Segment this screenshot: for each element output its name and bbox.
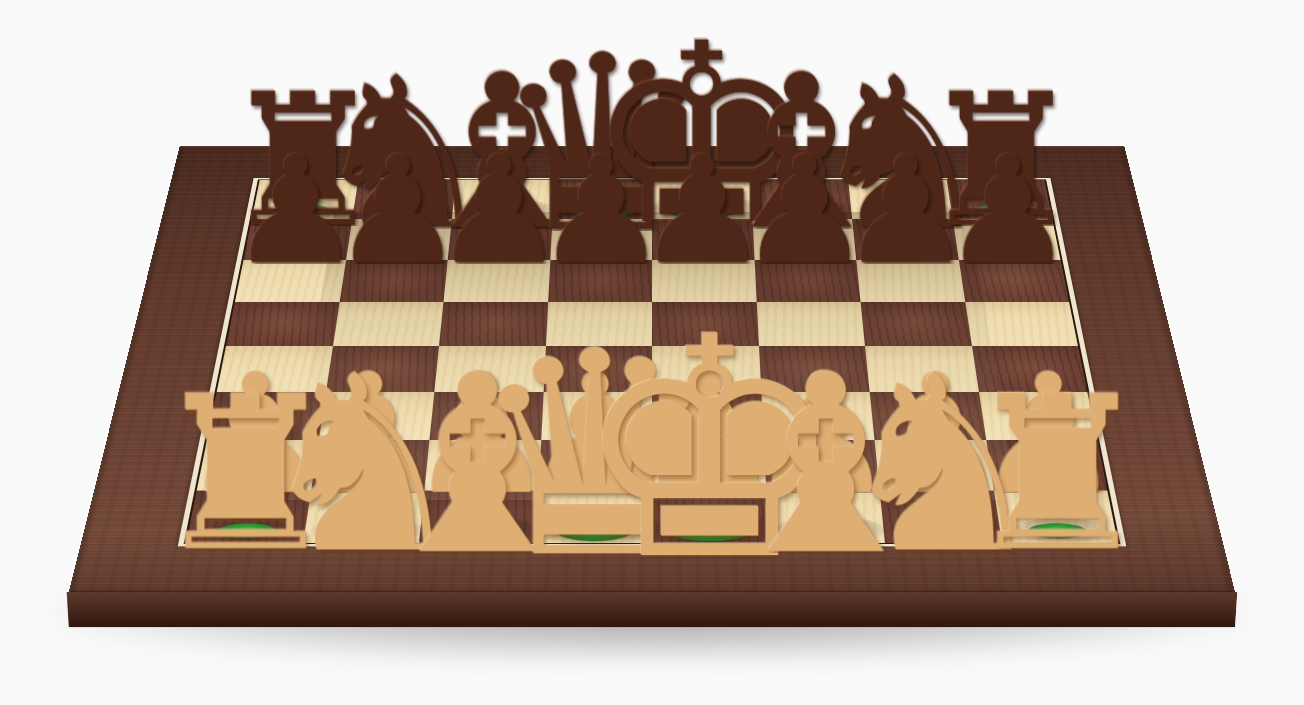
square-g8[interactable] bbox=[848, 180, 952, 219]
square-e8[interactable] bbox=[652, 180, 752, 219]
square-f8[interactable] bbox=[750, 180, 852, 219]
square-a8[interactable] bbox=[252, 180, 358, 219]
square-b7[interactable] bbox=[346, 219, 452, 260]
square-a6[interactable] bbox=[235, 260, 346, 302]
square-d7[interactable] bbox=[550, 219, 652, 260]
square-c7[interactable] bbox=[448, 219, 552, 260]
board-scene: ♜♞♝♛♚♝♞♜♟♟♟♟♟♟♟♟♟♟♟♟♟♟♟♟♜♞♝♛♚♝♞♜ bbox=[0, 0, 1304, 705]
square-b6[interactable] bbox=[339, 260, 448, 302]
square-b8[interactable] bbox=[352, 180, 456, 219]
square-h7[interactable] bbox=[952, 219, 1060, 260]
square-h6[interactable] bbox=[958, 260, 1069, 302]
square-e7[interactable] bbox=[652, 219, 754, 260]
piece-white-rook-h1[interactable]: ♜ bbox=[962, 367, 1153, 580]
chess-board: ♜♞♝♛♚♝♞♜♟♟♟♟♟♟♟♟♟♟♟♟♟♟♟♟♜♞♝♛♚♝♞♜ bbox=[69, 146, 1235, 592]
square-a7[interactable] bbox=[244, 219, 352, 260]
square-h8[interactable] bbox=[946, 180, 1052, 219]
square-f7[interactable] bbox=[752, 219, 856, 260]
square-g7[interactable] bbox=[852, 219, 958, 260]
square-c8[interactable] bbox=[452, 180, 554, 219]
board-front-edge bbox=[67, 592, 1238, 627]
square-d8[interactable] bbox=[552, 180, 652, 219]
square-g6[interactable] bbox=[856, 260, 965, 302]
